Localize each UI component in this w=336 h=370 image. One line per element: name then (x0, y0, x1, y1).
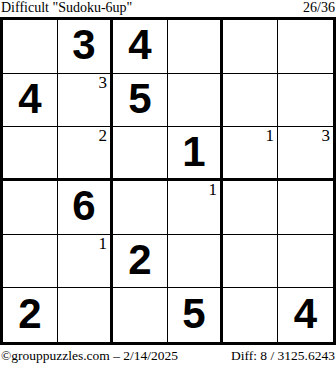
cell-r1c1[interactable] (3, 20, 58, 74)
cell-r2c6[interactable] (278, 74, 333, 128)
cell-r1c5[interactable] (223, 20, 278, 74)
puzzle-number: 26/36 (303, 0, 335, 15)
cell-value: 5 (182, 293, 205, 335)
cell-r1c4[interactable] (168, 20, 223, 74)
pencil-mark: 3 (322, 127, 331, 145)
cell-value: 3 (72, 24, 95, 66)
cell-r6c3[interactable] (113, 288, 168, 342)
cell-r6c1[interactable]: 2 (3, 288, 58, 342)
cell-value: 6 (72, 185, 95, 227)
cell-r5c4[interactable] (168, 235, 223, 289)
pencil-mark: 2 (99, 127, 108, 145)
puzzle-page: Difficult "Sudoku-6up" 26/36 34435211361… (0, 0, 336, 370)
puzzle-title: Difficult "Sudoku-6up" (1, 0, 132, 15)
cell-r1c6[interactable] (278, 20, 333, 74)
cell-r3c2[interactable]: 2 (58, 127, 113, 181)
pencil-mark: 1 (266, 127, 275, 145)
pencil-mark: 3 (99, 74, 108, 92)
cell-r2c3[interactable]: 5 (113, 74, 168, 128)
cell-r6c4[interactable]: 5 (168, 288, 223, 342)
cell-value: 4 (294, 293, 317, 335)
cell-value: 2 (18, 293, 41, 335)
cell-value: 5 (128, 78, 151, 120)
cell-r1c3[interactable]: 4 (113, 20, 168, 74)
cell-r5c3[interactable]: 2 (113, 235, 168, 289)
cell-r6c5[interactable] (223, 288, 278, 342)
cell-r4c4[interactable]: 1 (168, 181, 223, 235)
cell-r2c5[interactable] (223, 74, 278, 128)
sudoku-grid: 3443521136112254 (0, 17, 336, 345)
cell-value: 1 (182, 131, 205, 173)
cell-r2c4[interactable] (168, 74, 223, 128)
cell-r3c4[interactable]: 1 (168, 127, 223, 181)
cell-r3c3[interactable] (113, 127, 168, 181)
cell-r2c2[interactable]: 3 (58, 74, 113, 128)
copyright-text: ©grouppuzzles.com – 2/14/2025 (1, 348, 178, 364)
cell-value: 4 (18, 78, 41, 120)
cell-r5c6[interactable] (278, 235, 333, 289)
header: Difficult "Sudoku-6up" 26/36 (0, 0, 336, 17)
cell-r3c6[interactable]: 3 (278, 127, 333, 181)
cell-r4c1[interactable] (3, 181, 58, 235)
cell-r6c2[interactable] (58, 288, 113, 342)
cell-r5c2[interactable]: 1 (58, 235, 113, 289)
cell-r3c1[interactable] (3, 127, 58, 181)
cell-r4c2[interactable]: 6 (58, 181, 113, 235)
pencil-mark: 1 (99, 235, 108, 253)
cell-r1c2[interactable]: 3 (58, 20, 113, 74)
cell-r5c1[interactable] (3, 235, 58, 289)
cell-value: 4 (128, 24, 151, 66)
cell-r4c5[interactable] (223, 181, 278, 235)
cell-r6c6[interactable]: 4 (278, 288, 333, 342)
pencil-mark: 1 (209, 181, 218, 199)
cell-value: 2 (128, 239, 151, 281)
cell-r5c5[interactable] (223, 235, 278, 289)
cell-r4c6[interactable] (278, 181, 333, 235)
cell-r4c3[interactable] (113, 181, 168, 235)
footer: ©grouppuzzles.com – 2/14/2025 Diff: 8 / … (0, 345, 336, 370)
cell-r2c1[interactable]: 4 (3, 74, 58, 128)
difficulty-text: Diff: 8 / 3125.6243 (231, 348, 335, 364)
cell-r3c5[interactable]: 1 (223, 127, 278, 181)
